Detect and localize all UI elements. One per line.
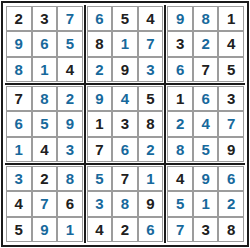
- cell-r4c8[interactable]: 6: [193, 86, 219, 111]
- entered-digit: 5: [95, 171, 103, 186]
- cell-r7c5[interactable]: 7: [112, 166, 138, 191]
- cell-r1c2[interactable]: 3: [32, 6, 58, 31]
- entered-digit: 2: [66, 91, 74, 106]
- given-digit: 1: [176, 91, 184, 106]
- box-3-3: 496512738: [166, 165, 245, 243]
- cell-r4c7[interactable]: 1: [167, 86, 193, 111]
- given-digit: 4: [146, 11, 154, 26]
- cell-r3c1[interactable]: 8: [6, 57, 32, 82]
- entered-digit: 4: [121, 91, 129, 106]
- given-digit: 5: [15, 222, 23, 237]
- cell-r1c5[interactable]: 5: [112, 6, 138, 31]
- entered-digit: 1: [66, 222, 74, 237]
- cell-r8c1[interactable]: 4: [6, 191, 32, 216]
- cell-r2c5[interactable]: 1: [112, 31, 138, 56]
- cell-r3c9[interactable]: 5: [218, 57, 244, 82]
- cell-r5c5[interactable]: 3: [112, 111, 138, 136]
- cell-r2c9[interactable]: 4: [218, 31, 244, 56]
- cell-r7c6[interactable]: 1: [138, 166, 164, 191]
- cell-r1c8[interactable]: 8: [193, 6, 219, 31]
- cell-r4c5[interactable]: 4: [112, 86, 138, 111]
- entered-digit: 9: [66, 116, 74, 131]
- entered-digit: 8: [201, 11, 209, 26]
- entered-digit: 6: [201, 91, 209, 106]
- cell-r2c8[interactable]: 2: [193, 31, 219, 56]
- given-digit: 3: [227, 91, 235, 106]
- given-digit: 8: [95, 36, 103, 51]
- cell-r6c1[interactable]: 1: [6, 137, 32, 162]
- entered-digit: 3: [15, 171, 23, 186]
- entered-digit: 5: [176, 196, 184, 211]
- cell-r5c7[interactable]: 2: [167, 111, 193, 136]
- given-digit: 9: [227, 142, 235, 157]
- given-digit: 7: [15, 91, 23, 106]
- entered-digit: 6: [176, 62, 184, 77]
- sudoku-board: 2379658146548172939813246757826591439451…: [1, 1, 249, 247]
- cell-r8c8[interactable]: 1: [193, 191, 219, 216]
- cell-r9c8[interactable]: 3: [193, 217, 219, 242]
- given-digit: 7: [201, 62, 209, 77]
- cell-r5c3[interactable]: 9: [57, 111, 83, 136]
- cell-r2c1[interactable]: 9: [6, 31, 32, 56]
- given-digit: 4: [227, 36, 235, 51]
- entered-digit: 9: [201, 171, 209, 186]
- entered-digit: 7: [176, 222, 184, 237]
- box-2-1: 782659143: [5, 85, 84, 163]
- given-digit: 4: [40, 142, 48, 157]
- cell-r6c3[interactable]: 3: [57, 137, 83, 162]
- cell-r4c4[interactable]: 9: [87, 86, 113, 111]
- cell-r1c4[interactable]: 6: [87, 6, 113, 31]
- cell-r9c1[interactable]: 5: [6, 217, 32, 242]
- cell-r3c4[interactable]: 2: [87, 57, 113, 82]
- entered-digit: 8: [66, 171, 74, 186]
- cell-r2c6[interactable]: 7: [138, 31, 164, 56]
- cell-r1c7[interactable]: 9: [167, 6, 193, 31]
- given-digit: 8: [146, 116, 154, 131]
- given-digit: 6: [66, 196, 74, 211]
- entered-digit: 6: [40, 36, 48, 51]
- box-1-1: 237965814: [5, 5, 84, 83]
- given-digit: 2: [40, 171, 48, 186]
- box-2-3: 163247859: [166, 85, 245, 163]
- cell-r3c7[interactable]: 6: [167, 57, 193, 82]
- entered-digit: 6: [146, 222, 154, 237]
- given-digit: 3: [201, 222, 209, 237]
- entered-digit: 5: [66, 36, 74, 51]
- cell-r4c1[interactable]: 7: [6, 86, 32, 111]
- cell-r9c5[interactable]: 2: [112, 217, 138, 242]
- cell-r7c1[interactable]: 3: [6, 166, 32, 191]
- given-digit: 3: [40, 11, 48, 26]
- sudoku-grid: 2379658146548172939813246757826591439451…: [5, 5, 245, 243]
- cell-r1c1[interactable]: 2: [6, 6, 32, 31]
- given-digit: 1: [227, 11, 235, 26]
- cell-r4c9[interactable]: 3: [218, 86, 244, 111]
- cell-r3c5[interactable]: 9: [112, 57, 138, 82]
- given-digit: 7: [121, 171, 129, 186]
- cell-r4c2[interactable]: 8: [32, 86, 58, 111]
- entered-digit: 7: [40, 196, 48, 211]
- entered-digit: 5: [201, 142, 209, 157]
- cell-r6c6[interactable]: 2: [138, 137, 164, 162]
- given-digit: 2: [15, 11, 23, 26]
- cell-r7c9[interactable]: 6: [218, 166, 244, 191]
- entered-digit: 2: [146, 142, 154, 157]
- cell-r9c2[interactable]: 9: [32, 217, 58, 242]
- cell-r8c6[interactable]: 9: [138, 191, 164, 216]
- cell-r2c3[interactable]: 5: [57, 31, 83, 56]
- cell-r8c2[interactable]: 7: [32, 191, 58, 216]
- box-3-1: 328476591: [5, 165, 84, 243]
- cell-r5c1[interactable]: 6: [6, 111, 32, 136]
- entered-digit: 1: [121, 36, 129, 51]
- cell-r6c9[interactable]: 9: [218, 137, 244, 162]
- cell-r7c7[interactable]: 4: [167, 166, 193, 191]
- entered-digit: 5: [40, 116, 48, 131]
- cell-r3c3[interactable]: 4: [57, 57, 83, 82]
- entered-digit: 6: [227, 171, 235, 186]
- cell-r6c8[interactable]: 5: [193, 137, 219, 162]
- entered-digit: 2: [176, 116, 184, 131]
- given-digit: 7: [95, 142, 103, 157]
- given-digit: 1: [95, 116, 103, 131]
- cell-r7c2[interactable]: 2: [32, 166, 58, 191]
- box-3-2: 571389426: [86, 165, 165, 243]
- entered-digit: 9: [176, 11, 184, 26]
- entered-digit: 1: [201, 196, 209, 211]
- entered-digit: 1: [40, 62, 48, 77]
- given-digit: 4: [15, 196, 23, 211]
- cell-r8c7[interactable]: 5: [167, 191, 193, 216]
- entered-digit: 7: [66, 11, 74, 26]
- cell-r9c4[interactable]: 4: [87, 217, 113, 242]
- cell-r6c7[interactable]: 8: [167, 137, 193, 162]
- entered-digit: 7: [146, 36, 154, 51]
- given-digit: 9: [146, 196, 154, 211]
- entered-digit: 9: [95, 91, 103, 106]
- cell-r7c4[interactable]: 5: [87, 166, 113, 191]
- cell-r7c3[interactable]: 8: [57, 166, 83, 191]
- cell-r9c3[interactable]: 1: [57, 217, 83, 242]
- cell-r8c9[interactable]: 2: [218, 191, 244, 216]
- cell-r6c5[interactable]: 6: [112, 137, 138, 162]
- entered-digit: 6: [121, 142, 129, 157]
- given-digit: 5: [146, 91, 154, 106]
- cell-r1c6[interactable]: 4: [138, 6, 164, 31]
- sudoku-screenshot: 2379658146548172939813246757826591439451…: [0, 0, 250, 248]
- entered-digit: 3: [146, 62, 154, 77]
- cell-r7c8[interactable]: 9: [193, 166, 219, 191]
- entered-digit: 8: [15, 62, 23, 77]
- cell-r9c7[interactable]: 7: [167, 217, 193, 242]
- given-digit: 4: [66, 62, 74, 77]
- entered-digit: 2: [201, 36, 209, 51]
- cell-r8c4[interactable]: 3: [87, 191, 113, 216]
- entered-digit: 4: [201, 116, 209, 131]
- given-digit: 9: [121, 62, 129, 77]
- cell-r5c9[interactable]: 7: [218, 111, 244, 136]
- cell-r5c2[interactable]: 5: [32, 111, 58, 136]
- entered-digit: 1: [15, 142, 23, 157]
- cell-r6c2[interactable]: 4: [32, 137, 58, 162]
- box-2-2: 945138762: [86, 85, 165, 163]
- entered-digit: 2: [227, 196, 235, 211]
- cell-r1c9[interactable]: 1: [218, 6, 244, 31]
- entered-digit: 8: [121, 196, 129, 211]
- given-digit: 8: [227, 222, 235, 237]
- entered-digit: 1: [146, 171, 154, 186]
- entered-digit: 2: [95, 62, 103, 77]
- entered-digit: 3: [95, 196, 103, 211]
- given-digit: 2: [121, 222, 129, 237]
- cell-r9c9[interactable]: 8: [218, 217, 244, 242]
- cell-r3c2[interactable]: 1: [32, 57, 58, 82]
- given-digit: 3: [121, 116, 129, 131]
- entered-digit: 9: [40, 222, 48, 237]
- cell-r2c7[interactable]: 3: [167, 31, 193, 56]
- cell-r5c8[interactable]: 4: [193, 111, 219, 136]
- given-digit: 5: [227, 62, 235, 77]
- entered-digit: 6: [15, 116, 23, 131]
- cell-r5c6[interactable]: 8: [138, 111, 164, 136]
- given-digit: 4: [95, 222, 103, 237]
- cell-r9c6[interactable]: 6: [138, 217, 164, 242]
- cell-r3c6[interactable]: 3: [138, 57, 164, 82]
- given-digit: 5: [121, 11, 129, 26]
- cell-r8c5[interactable]: 8: [112, 191, 138, 216]
- given-digit: 4: [176, 171, 184, 186]
- entered-digit: 3: [66, 142, 74, 157]
- cell-r6c4[interactable]: 7: [87, 137, 113, 162]
- cell-r1c3[interactable]: 7: [57, 6, 83, 31]
- box-1-2: 654817293: [86, 5, 165, 83]
- cell-r8c3[interactable]: 6: [57, 191, 83, 216]
- cell-r3c8[interactable]: 7: [193, 57, 219, 82]
- box-1-3: 981324675: [166, 5, 245, 83]
- entered-digit: 8: [40, 91, 48, 106]
- entered-digit: 9: [15, 36, 23, 51]
- cell-r4c6[interactable]: 5: [138, 86, 164, 111]
- entered-digit: 6: [95, 11, 103, 26]
- cell-r2c2[interactable]: 6: [32, 31, 58, 56]
- entered-digit: 7: [227, 116, 235, 131]
- cell-r5c4[interactable]: 1: [87, 111, 113, 136]
- cell-r4c3[interactable]: 2: [57, 86, 83, 111]
- entered-digit: 8: [176, 142, 184, 157]
- cell-r2c4[interactable]: 8: [87, 31, 113, 56]
- given-digit: 3: [176, 36, 184, 51]
